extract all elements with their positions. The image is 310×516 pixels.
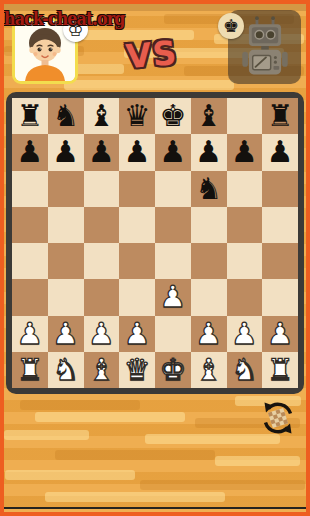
- square-a6[interactable]: [12, 171, 48, 207]
- wood-plank: [20, 400, 140, 410]
- square-d1[interactable]: ♛: [119, 352, 155, 388]
- piece-black-pawn[interactable]: ♟: [195, 137, 222, 167]
- square-f5[interactable]: [191, 207, 227, 243]
- piece-white-knight[interactable]: ♞: [231, 355, 258, 385]
- wood-plank: [35, 412, 185, 422]
- square-c7[interactable]: ♟: [84, 134, 120, 170]
- piece-black-king[interactable]: ♚: [159, 101, 186, 131]
- wood-plank: [45, 492, 225, 502]
- piece-black-knight[interactable]: ♞: [52, 101, 79, 131]
- wood-plank: [64, 80, 234, 90]
- square-b5[interactable]: [48, 207, 84, 243]
- square-c5[interactable]: [84, 207, 120, 243]
- piece-black-pawn[interactable]: ♟: [52, 137, 79, 167]
- square-a4[interactable]: [12, 243, 48, 279]
- square-c3[interactable]: [84, 279, 120, 315]
- square-h2[interactable]: ♟: [262, 316, 298, 352]
- piece-black-pawn[interactable]: ♟: [88, 137, 115, 167]
- piece-white-bishop[interactable]: ♝: [195, 355, 222, 385]
- square-h1[interactable]: ♜: [262, 352, 298, 388]
- square-f1[interactable]: ♝: [191, 352, 227, 388]
- piece-black-rook[interactable]: ♜: [267, 101, 294, 131]
- watermark: hack-cheat.org: [4, 8, 124, 29]
- wood-plank: [215, 456, 300, 466]
- flip-board-button[interactable]: [260, 399, 298, 437]
- square-h8[interactable]: ♜: [262, 98, 298, 134]
- square-c6[interactable]: [84, 171, 120, 207]
- wood-plank: [140, 480, 305, 490]
- piece-white-knight[interactable]: ♞: [52, 355, 79, 385]
- piece-black-knight[interactable]: ♞: [195, 174, 222, 204]
- piece-white-rook[interactable]: ♜: [16, 355, 43, 385]
- piece-black-bishop[interactable]: ♝: [195, 101, 222, 131]
- square-b1[interactable]: ♞: [48, 352, 84, 388]
- square-d7[interactable]: ♟: [119, 134, 155, 170]
- square-f7[interactable]: ♟: [191, 134, 227, 170]
- piece-white-pawn[interactable]: ♟: [231, 319, 258, 349]
- square-d4[interactable]: [119, 243, 155, 279]
- piece-black-pawn[interactable]: ♟: [159, 137, 186, 167]
- square-h5[interactable]: [262, 207, 298, 243]
- square-c8[interactable]: ♝: [84, 98, 120, 134]
- square-g2[interactable]: ♟: [227, 316, 263, 352]
- chess-board[interactable]: ♜♞♝♛♚♝♜♟♟♟♟♟♟♟♟♞♟♟♟♟♟♟♟♟♜♞♝♛♚♝♞♜: [12, 98, 298, 388]
- vs-label: VS: [124, 33, 179, 76]
- square-e7[interactable]: ♟: [155, 134, 191, 170]
- chess-app-screen: hack-cheat.org ♔ VS: [0, 0, 310, 516]
- wood-plank: [55, 450, 215, 460]
- square-b2[interactable]: ♟: [48, 316, 84, 352]
- square-d3[interactable]: [119, 279, 155, 315]
- square-c2[interactable]: ♟: [84, 316, 120, 352]
- black-king-icon: ♚: [223, 17, 239, 35]
- square-e6[interactable]: [155, 171, 191, 207]
- piece-white-pawn[interactable]: ♟: [52, 319, 79, 349]
- square-f3[interactable]: [191, 279, 227, 315]
- square-b8[interactable]: ♞: [48, 98, 84, 134]
- square-a5[interactable]: [12, 207, 48, 243]
- square-h3[interactable]: [262, 279, 298, 315]
- piece-white-pawn[interactable]: ♟: [124, 319, 151, 349]
- square-b7[interactable]: ♟: [48, 134, 84, 170]
- piece-black-rook[interactable]: ♜: [16, 101, 43, 131]
- wood-plank: [4, 430, 89, 440]
- square-a2[interactable]: ♟: [12, 316, 48, 352]
- piece-white-rook[interactable]: ♜: [267, 355, 294, 385]
- bottom-divider: [4, 507, 306, 509]
- piece-white-bishop[interactable]: ♝: [88, 355, 115, 385]
- piece-white-pawn[interactable]: ♟: [88, 319, 115, 349]
- square-g4[interactable]: [227, 243, 263, 279]
- square-c4[interactable]: [84, 243, 120, 279]
- square-h4[interactable]: [262, 243, 298, 279]
- square-g7[interactable]: ♟: [227, 134, 263, 170]
- piece-white-queen[interactable]: ♛: [124, 355, 151, 385]
- piece-black-pawn[interactable]: ♟: [267, 137, 294, 167]
- square-e8[interactable]: ♚: [155, 98, 191, 134]
- square-g6[interactable]: [227, 171, 263, 207]
- square-e3[interactable]: ♟: [155, 279, 191, 315]
- piece-white-king[interactable]: ♚: [159, 355, 186, 385]
- square-f4[interactable]: [191, 243, 227, 279]
- square-a7[interactable]: ♟: [12, 134, 48, 170]
- square-a1[interactable]: ♜: [12, 352, 48, 388]
- square-g5[interactable]: [227, 207, 263, 243]
- square-b3[interactable]: [48, 279, 84, 315]
- square-g8[interactable]: [227, 98, 263, 134]
- square-g1[interactable]: ♞: [227, 352, 263, 388]
- square-d2[interactable]: ♟: [119, 316, 155, 352]
- square-g3[interactable]: [227, 279, 263, 315]
- square-e1[interactable]: ♚: [155, 352, 191, 388]
- square-e4[interactable]: [155, 243, 191, 279]
- square-f8[interactable]: ♝: [191, 98, 227, 134]
- square-d5[interactable]: [119, 207, 155, 243]
- square-a3[interactable]: [12, 279, 48, 315]
- piece-white-pawn[interactable]: ♟: [267, 319, 294, 349]
- square-h7[interactable]: ♟: [262, 134, 298, 170]
- piece-white-pawn[interactable]: ♟: [159, 282, 186, 312]
- piece-black-pawn[interactable]: ♟: [124, 137, 151, 167]
- black-king-badge: ♚: [218, 13, 244, 39]
- piece-white-pawn[interactable]: ♟: [195, 319, 222, 349]
- square-b4[interactable]: [48, 243, 84, 279]
- piece-black-bishop[interactable]: ♝: [88, 101, 115, 131]
- square-h6[interactable]: [262, 171, 298, 207]
- square-b6[interactable]: [48, 171, 84, 207]
- square-f2[interactable]: ♟: [191, 316, 227, 352]
- piece-black-queen[interactable]: ♛: [124, 101, 151, 131]
- chess-board-frame: ♜♞♝♛♚♝♜♟♟♟♟♟♟♟♟♞♟♟♟♟♟♟♟♟♜♞♝♛♚♝♞♜: [6, 92, 304, 394]
- square-c1[interactable]: ♝: [84, 352, 120, 388]
- square-e5[interactable]: [155, 207, 191, 243]
- wood-plank: [5, 470, 135, 480]
- piece-black-pawn[interactable]: ♟: [231, 137, 258, 167]
- square-f6[interactable]: ♞: [191, 171, 227, 207]
- piece-black-pawn[interactable]: ♟: [16, 137, 43, 167]
- square-d6[interactable]: [119, 171, 155, 207]
- rotate-board-icon: [260, 400, 296, 436]
- square-a8[interactable]: ♜: [12, 98, 48, 134]
- piece-white-pawn[interactable]: ♟: [16, 319, 43, 349]
- square-e2[interactable]: [155, 316, 191, 352]
- square-d8[interactable]: ♛: [119, 98, 155, 134]
